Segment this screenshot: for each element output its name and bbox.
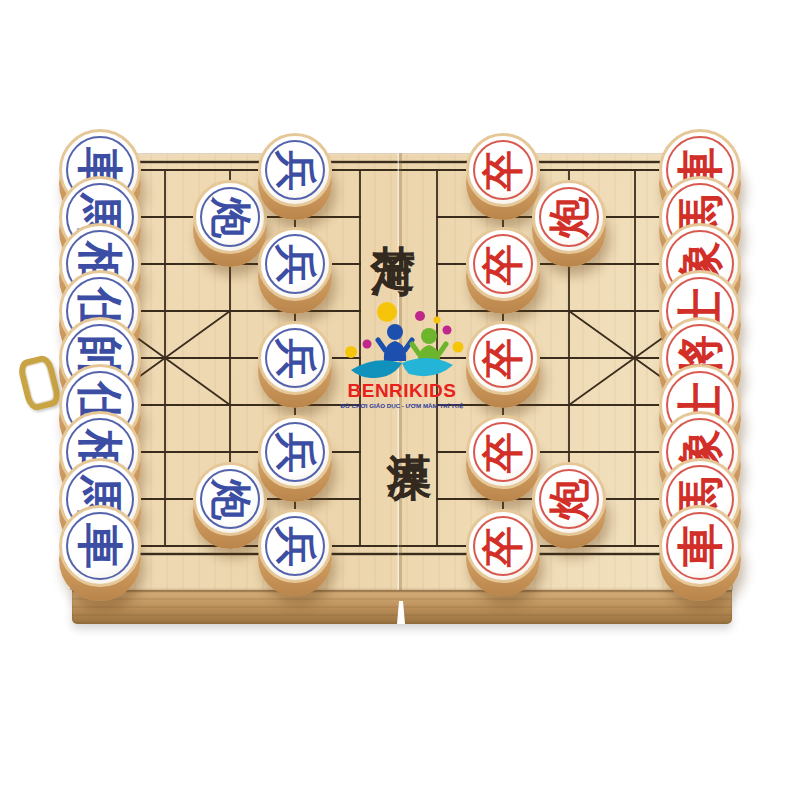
piece-red-soldier[interactable]: 卒 xyxy=(466,133,540,220)
piece-character: 兵 xyxy=(275,338,316,379)
piece-ring: 兵 xyxy=(265,234,325,294)
piece-sticker: 兵 xyxy=(258,509,332,583)
piece-blue-cannon[interactable]: 炮 xyxy=(193,180,267,267)
piece-blue-chariot[interactable]: 車 xyxy=(59,505,141,601)
logo-children-figures-icon xyxy=(378,324,446,364)
piece-blue-soldier[interactable]: 兵 xyxy=(258,133,332,220)
piece-sticker: 炮 xyxy=(532,180,606,254)
piece-sticker: 車 xyxy=(659,505,741,587)
piece-character: 車 xyxy=(677,523,723,569)
piece-ring: 炮 xyxy=(539,469,599,529)
piece-character: 兵 xyxy=(275,244,316,285)
piece-character: 兵 xyxy=(275,150,316,191)
piece-red-soldier[interactable]: 卒 xyxy=(466,321,540,408)
piece-character: 卒 xyxy=(483,150,524,191)
piece-ring: 卒 xyxy=(473,328,533,388)
piece-sticker: 卒 xyxy=(466,509,540,583)
river-label-han-jie: 漢界 xyxy=(387,417,432,431)
piece-red-cannon[interactable]: 炮 xyxy=(532,462,606,549)
piece-character: 卒 xyxy=(483,338,524,379)
piece-ring: 兵 xyxy=(265,328,325,388)
product-photo-scene: 楚河 漢界 BENRIKIDS ĐỒ CHƠI GIÁO DỤC - ƯƠM M… xyxy=(0,0,800,800)
piece-sticker: 卒 xyxy=(466,133,540,207)
piece-character: 兵 xyxy=(275,526,316,567)
piece-sticker: 兵 xyxy=(258,227,332,301)
piece-character: 炮 xyxy=(210,479,251,520)
piece-ring: 卒 xyxy=(473,234,533,294)
brand-tagline: ĐỒ CHƠI GIÁO DỤC - ƯƠM MẦM TRÍ TUỆ xyxy=(341,402,464,409)
piece-character: 卒 xyxy=(483,526,524,567)
piece-blue-soldier[interactable]: 兵 xyxy=(258,227,332,314)
board-side-edge xyxy=(72,590,732,624)
piece-ring: 卒 xyxy=(473,422,533,482)
piece-blue-cannon[interactable]: 炮 xyxy=(193,462,267,549)
piece-blue-soldier[interactable]: 兵 xyxy=(258,509,332,596)
brass-clasp-icon xyxy=(16,354,63,413)
piece-ring: 炮 xyxy=(539,187,599,247)
piece-ring: 炮 xyxy=(200,469,260,529)
piece-character: 卒 xyxy=(483,244,524,285)
piece-sticker: 卒 xyxy=(466,227,540,301)
piece-sticker: 車 xyxy=(59,505,141,587)
piece-ring: 卒 xyxy=(473,516,533,576)
piece-sticker: 卒 xyxy=(466,415,540,489)
piece-ring: 兵 xyxy=(265,140,325,200)
piece-sticker: 炮 xyxy=(532,462,606,536)
piece-sticker: 卒 xyxy=(466,321,540,395)
piece-character: 卒 xyxy=(483,432,524,473)
piece-ring: 兵 xyxy=(265,422,325,482)
brand-text: BENRIKIDS xyxy=(347,380,456,401)
piece-ring: 車 xyxy=(66,512,134,580)
piece-sticker: 炮 xyxy=(193,180,267,254)
piece-red-soldier[interactable]: 卒 xyxy=(466,415,540,502)
river-label-chu-he: 楚河 xyxy=(371,209,416,223)
piece-character: 兵 xyxy=(275,432,316,473)
piece-red-cannon[interactable]: 炮 xyxy=(532,180,606,267)
piece-ring: 兵 xyxy=(265,516,325,576)
piece-ring: 卒 xyxy=(473,140,533,200)
piece-character: 炮 xyxy=(549,197,590,238)
piece-sticker: 炮 xyxy=(193,462,267,536)
piece-sticker: 兵 xyxy=(258,415,332,489)
piece-ring: 車 xyxy=(666,512,734,580)
piece-blue-soldier[interactable]: 兵 xyxy=(258,321,332,408)
piece-blue-soldier[interactable]: 兵 xyxy=(258,415,332,502)
piece-red-soldier[interactable]: 卒 xyxy=(466,509,540,596)
piece-sticker: 兵 xyxy=(258,133,332,207)
benrikids-watermark-logo: BENRIKIDS ĐỒ CHƠI GIÁO DỤC - ƯƠM MẦM TRÍ… xyxy=(337,299,467,414)
piece-character: 車 xyxy=(77,523,123,569)
piece-sticker: 兵 xyxy=(258,321,332,395)
piece-ring: 炮 xyxy=(200,187,260,247)
piece-character: 炮 xyxy=(549,479,590,520)
fold-gap xyxy=(397,601,405,624)
piece-red-soldier[interactable]: 卒 xyxy=(466,227,540,314)
piece-red-chariot[interactable]: 車 xyxy=(659,505,741,601)
piece-character: 炮 xyxy=(210,197,251,238)
